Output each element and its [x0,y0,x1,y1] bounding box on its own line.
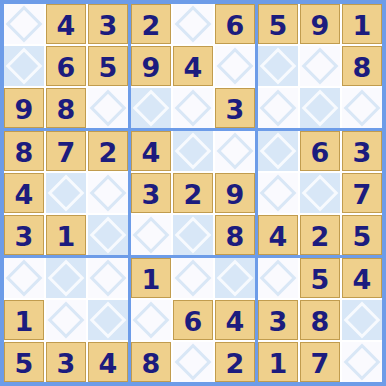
cell-r5c9: 7 [342,173,382,213]
given-digit: 2 [142,12,161,39]
diamond-icon [133,90,170,127]
diamond-icon [48,260,85,297]
diamond-icon [6,260,43,297]
cell-r4c4: 4 [131,131,171,171]
box-separator [128,4,131,382]
box-separator [4,128,382,131]
given-digit: 4 [269,223,288,250]
given-digit: 1 [353,12,372,39]
given-digit: 3 [353,139,372,166]
given-digit: 4 [99,350,118,377]
cell-r1c8: 9 [300,4,340,44]
cell-r5c2[interactable] [46,173,86,213]
cell-r4c6[interactable] [215,131,255,171]
given-digit: 4 [142,139,161,166]
cell-r7c8: 5 [300,258,340,298]
cell-r6c5[interactable] [173,215,213,255]
given-digit: 1 [15,308,34,335]
diamond-icon [260,260,297,297]
given-digit: 2 [99,139,118,166]
cell-r3c7[interactable] [258,88,298,128]
cell-r8c3[interactable] [88,300,128,340]
diamond-icon [48,302,85,339]
given-digit: 5 [15,350,34,377]
given-digit: 8 [311,308,330,335]
diamond-icon [175,133,212,170]
given-digit: 9 [15,96,34,123]
given-digit: 1 [269,350,288,377]
cell-r9c4: 8 [131,342,171,382]
given-digit: 2 [184,181,203,208]
cell-r3c2: 8 [46,88,86,128]
cell-r9c7: 1 [258,342,298,382]
cell-r6c9: 5 [342,215,382,255]
given-digit: 1 [57,223,76,250]
given-digit: 9 [142,54,161,81]
cell-r8c4[interactable] [131,300,171,340]
diamond-icon [175,90,212,127]
cell-r6c8: 2 [300,215,340,255]
diamond-icon [6,6,43,43]
cell-r7c9: 4 [342,258,382,298]
cell-r9c2: 3 [46,342,86,382]
cell-r6c4[interactable] [131,215,171,255]
cell-r1c9: 1 [342,4,382,44]
given-digit: 6 [226,12,245,39]
cell-r4c7[interactable] [258,131,298,171]
given-digit: 3 [142,181,161,208]
cell-r8c6: 4 [215,300,255,340]
cell-r7c1[interactable] [4,258,44,298]
diamond-icon [260,133,297,170]
cell-r2c7[interactable] [258,46,298,86]
given-digit: 7 [311,350,330,377]
diamond-icon [90,217,127,254]
given-digit: 4 [184,54,203,81]
cell-r8c7: 3 [258,300,298,340]
cell-r7c3[interactable] [88,258,128,298]
cell-r1c1[interactable] [4,4,44,44]
given-digit: 3 [15,223,34,250]
cell-r5c5: 2 [173,173,213,213]
cell-r2c2: 6 [46,46,86,86]
cell-r3c5[interactable] [173,88,213,128]
diamond-icon [302,175,339,212]
given-digit: 2 [311,223,330,250]
given-digit: 6 [311,139,330,166]
diamond-icon [48,175,85,212]
cell-r2c8[interactable] [300,46,340,86]
cell-r8c1: 1 [4,300,44,340]
cell-r9c8: 7 [300,342,340,382]
box-separator [4,255,382,258]
cell-r8c9[interactable] [342,300,382,340]
cell-r7c4: 1 [131,258,171,298]
cell-r7c6[interactable] [215,258,255,298]
cell-r5c8[interactable] [300,173,340,213]
given-digit: 3 [57,350,76,377]
cell-r1c7: 5 [258,4,298,44]
cell-r7c2[interactable] [46,258,86,298]
given-digit: 5 [99,54,118,81]
given-digit: 4 [57,12,76,39]
given-digit: 8 [15,139,34,166]
cell-r6c1: 3 [4,215,44,255]
diamond-icon [175,260,212,297]
given-digit: 5 [269,12,288,39]
diamond-icon [217,260,254,297]
diamond-icon [344,90,381,127]
diamond-icon [6,48,43,85]
diamond-icon [260,48,297,85]
cell-r4c3: 2 [88,131,128,171]
given-digit: 8 [226,223,245,250]
cell-r5c7[interactable] [258,173,298,213]
diamond-icon [133,302,170,339]
cell-r5c3[interactable] [88,173,128,213]
cell-r8c2[interactable] [46,300,86,340]
given-digit: 1 [142,266,161,293]
cell-r5c1: 4 [4,173,44,213]
cell-r4c1: 8 [4,131,44,171]
given-digit: 8 [353,54,372,81]
diamond-icon [260,90,297,127]
diamond-icon [175,344,212,381]
cell-r6c3[interactable] [88,215,128,255]
given-digit: 6 [57,54,76,81]
given-digit: 7 [353,181,372,208]
given-digit: 4 [353,266,372,293]
cell-r1c6: 6 [215,4,255,44]
cell-r9c5[interactable] [173,342,213,382]
diamond-icon [344,302,381,339]
diamond-icon [175,217,212,254]
cell-r9c3: 4 [88,342,128,382]
cell-r9c9[interactable] [342,342,382,382]
cell-r1c5[interactable] [173,4,213,44]
box-separator [255,4,258,382]
cell-r6c2: 1 [46,215,86,255]
cell-r2c9: 8 [342,46,382,86]
diamond-icon [217,133,254,170]
cell-r1c3: 3 [88,4,128,44]
cell-r5c4: 3 [131,173,171,213]
cell-r7c7[interactable] [258,258,298,298]
cell-r8c8: 8 [300,300,340,340]
cell-r3c8[interactable] [300,88,340,128]
given-digit: 9 [311,12,330,39]
cell-r2c1[interactable] [4,46,44,86]
diamond-icon [175,6,212,43]
diamond-icon [90,175,127,212]
cell-r1c4: 2 [131,4,171,44]
cell-r2c4: 9 [131,46,171,86]
given-digit: 3 [99,12,118,39]
given-digit: 4 [15,181,34,208]
given-digit: 4 [226,308,245,335]
cell-r4c2: 7 [46,131,86,171]
diamond-icon [260,175,297,212]
cell-r4c8: 6 [300,131,340,171]
diamond-icon [302,48,339,85]
given-digit: 5 [353,223,372,250]
cell-r2c3: 5 [88,46,128,86]
diamond-icon [217,48,254,85]
given-digit: 5 [311,266,330,293]
given-digit: 7 [57,139,76,166]
given-digit: 3 [269,308,288,335]
given-digit: 3 [226,96,245,123]
cell-r3c6: 3 [215,88,255,128]
diamond-icon [90,302,127,339]
diamond-icon [344,344,381,381]
cell-r1c2: 4 [46,4,86,44]
cell-r2c6[interactable] [215,46,255,86]
given-digit: 8 [57,96,76,123]
given-digit: 6 [184,308,203,335]
cell-r6c6: 8 [215,215,255,255]
cell-r3c1: 9 [4,88,44,128]
cell-r3c9[interactable] [342,88,382,128]
given-digit: 8 [142,350,161,377]
cell-r4c9: 3 [342,131,382,171]
sudoku-board: 4326591659489838724634329731842515416438… [0,0,386,386]
cell-r9c1: 5 [4,342,44,382]
cell-r3c3[interactable] [88,88,128,128]
cell-r5c6: 9 [215,173,255,213]
diamond-icon [90,260,127,297]
given-digit: 9 [226,181,245,208]
cell-r9c6: 2 [215,342,255,382]
diamond-icon [302,90,339,127]
cell-r2c5: 4 [173,46,213,86]
cell-r3c4[interactable] [131,88,171,128]
cell-r7c5[interactable] [173,258,213,298]
diamond-icon [90,90,127,127]
cell-r4c5[interactable] [173,131,213,171]
cell-r6c7: 4 [258,215,298,255]
given-digit: 2 [226,350,245,377]
cell-r8c5: 6 [173,300,213,340]
diamond-icon [133,217,170,254]
